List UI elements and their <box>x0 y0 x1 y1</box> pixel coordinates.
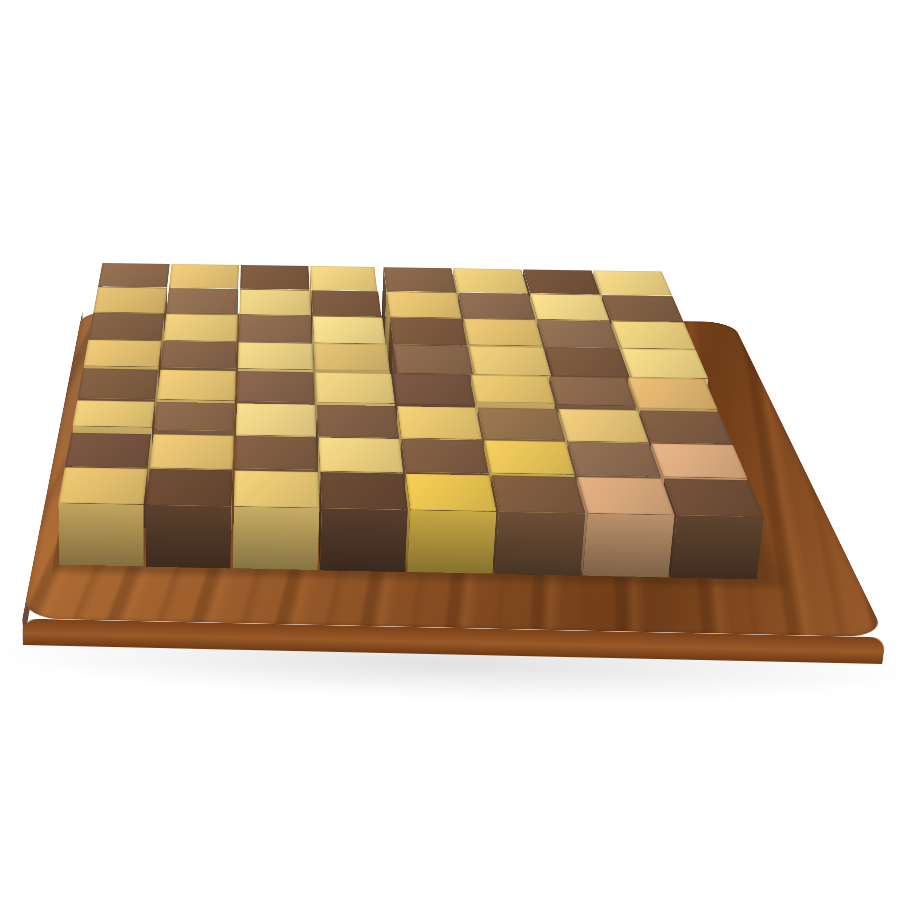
board-square <box>545 347 629 377</box>
board-square <box>310 266 377 291</box>
board-square <box>154 402 235 431</box>
board-square <box>492 475 586 513</box>
board-square <box>78 368 159 399</box>
board-square-front-face <box>407 510 496 574</box>
board-square <box>237 371 315 402</box>
board-square <box>240 265 309 290</box>
board-square <box>550 376 636 405</box>
board-square <box>150 434 234 469</box>
board-square <box>578 477 675 515</box>
board-square <box>319 437 404 472</box>
board-square <box>458 293 535 319</box>
board-square <box>401 439 489 474</box>
board-square <box>394 345 474 374</box>
board-square <box>235 436 318 470</box>
board-square <box>530 294 609 320</box>
board-square-front-face <box>233 506 320 570</box>
board-square <box>523 269 600 294</box>
board-square <box>236 403 316 436</box>
board-square <box>317 405 399 438</box>
board-square <box>538 320 620 348</box>
board-square <box>320 472 408 510</box>
board-square <box>161 341 237 368</box>
board-square <box>464 319 543 346</box>
board-square <box>93 287 167 313</box>
board-square <box>89 313 165 341</box>
product-photo <box>0 0 900 900</box>
board-square <box>169 264 239 289</box>
board-square <box>315 372 395 403</box>
board-square <box>390 318 467 346</box>
board-square <box>146 469 233 507</box>
board-square <box>239 289 310 315</box>
board-square <box>238 342 313 369</box>
board-square <box>234 470 320 508</box>
board-square <box>593 270 672 295</box>
board-square <box>622 349 709 379</box>
board-square-front-face <box>146 505 232 569</box>
board-square <box>628 378 718 410</box>
board-square <box>478 408 565 441</box>
board-square <box>651 443 747 478</box>
board-square <box>568 442 661 477</box>
board-square <box>387 292 462 318</box>
board-square <box>453 268 528 293</box>
board-square <box>98 263 170 288</box>
board-square <box>559 409 649 443</box>
board-square <box>65 433 151 468</box>
board-square <box>84 340 162 367</box>
board-square <box>612 321 696 349</box>
board-square <box>469 346 551 376</box>
board-square <box>314 344 390 371</box>
board-square <box>484 440 574 474</box>
board-square <box>73 400 155 427</box>
board-square <box>602 295 683 322</box>
board-square <box>384 267 457 292</box>
board-square <box>163 314 237 342</box>
board-square <box>640 410 733 444</box>
board-square-front-face <box>58 503 143 567</box>
board-square <box>406 474 497 512</box>
board-square <box>471 375 555 403</box>
board-square <box>58 467 147 504</box>
board-square <box>312 291 382 317</box>
board-square-front-face <box>495 512 586 576</box>
board-square-front-face <box>320 508 408 572</box>
board-square <box>313 316 386 344</box>
board-square-front-face <box>583 513 675 577</box>
board-square <box>239 315 312 343</box>
board-square <box>397 406 482 439</box>
board-square <box>157 370 236 401</box>
board-square <box>393 374 475 405</box>
board-square <box>166 288 238 314</box>
board-square-front-face <box>671 515 764 579</box>
board-square <box>664 479 764 517</box>
